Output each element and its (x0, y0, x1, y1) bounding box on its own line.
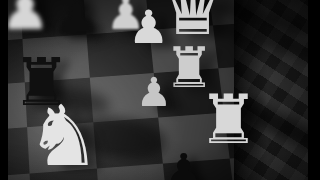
white-knight-b5: ♞ (26, 94, 101, 178)
black-pawn-b7: ♟ (50, 0, 104, 44)
chess-scene-photo: ♟♟♟♟♛♜♟♜♜♞♟ (8, 0, 308, 180)
black-pawn-d4: ♟ (164, 148, 203, 180)
pillarbox-bar-left (0, 0, 8, 180)
film-frame: ♟♟♟♟♛♜♟♜♜♞♟ (0, 0, 320, 180)
white-pawn-a7: ♟ (8, 0, 50, 38)
white-pawn-c6: ♟ (136, 72, 172, 112)
pillarbox-bar-right (308, 0, 320, 180)
white-rook-e5: ♜ (198, 86, 259, 154)
